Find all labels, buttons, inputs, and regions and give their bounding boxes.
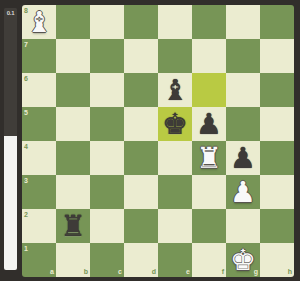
square-h7[interactable] — [260, 39, 294, 73]
square-e7[interactable] — [158, 39, 192, 73]
piece-white-pawn[interactable]: ♟ — [226, 175, 260, 209]
square-g6[interactable] — [226, 73, 260, 107]
piece-black-pawn[interactable]: ♟ — [192, 107, 226, 141]
file-label-c: c — [118, 268, 122, 275]
rank-label-4: 4 — [24, 143, 28, 150]
rank-label-6: 6 — [24, 75, 28, 82]
square-c8[interactable] — [90, 5, 124, 39]
eval-bar: 0.1 — [4, 8, 17, 270]
file-label-h: h — [288, 268, 292, 275]
square-f3[interactable] — [192, 175, 226, 209]
square-h1[interactable]: h — [260, 243, 294, 277]
square-b7[interactable] — [56, 39, 90, 73]
square-g4[interactable]: ♟ — [226, 141, 260, 175]
square-b3[interactable] — [56, 175, 90, 209]
square-c1[interactable]: c — [90, 243, 124, 277]
chess-board[interactable]: 8♝76♝5♚♟4♜♟3♟2♜1abcdefg♚h — [22, 5, 294, 277]
eval-bar-black-section — [4, 8, 17, 136]
square-h6[interactable] — [260, 73, 294, 107]
square-e8[interactable] — [158, 5, 192, 39]
rank-label-2: 2 — [24, 211, 28, 218]
square-a6[interactable]: 6 — [22, 73, 56, 107]
square-c4[interactable] — [90, 141, 124, 175]
eval-score: 0.1 — [4, 10, 17, 16]
file-label-d: d — [152, 268, 156, 275]
square-g5[interactable] — [226, 107, 260, 141]
square-f8[interactable] — [192, 5, 226, 39]
square-c6[interactable] — [90, 73, 124, 107]
file-label-e: e — [186, 268, 190, 275]
square-b5[interactable] — [56, 107, 90, 141]
square-d7[interactable] — [124, 39, 158, 73]
square-g1[interactable]: g♚ — [226, 243, 260, 277]
square-e6[interactable]: ♝ — [158, 73, 192, 107]
eval-bar-white-section — [4, 136, 17, 270]
piece-black-bishop[interactable]: ♝ — [158, 73, 192, 107]
square-e4[interactable] — [158, 141, 192, 175]
square-g7[interactable] — [226, 39, 260, 73]
square-b6[interactable] — [56, 73, 90, 107]
file-label-b: b — [84, 268, 88, 275]
square-d5[interactable] — [124, 107, 158, 141]
square-d1[interactable]: d — [124, 243, 158, 277]
square-e2[interactable] — [158, 209, 192, 243]
square-b1[interactable]: b — [56, 243, 90, 277]
square-b8[interactable] — [56, 5, 90, 39]
rank-label-1: 1 — [24, 245, 28, 252]
analysis-stage: 0.1 8♝76♝5♚♟4♜♟3♟2♜1abcdefg♚h — [0, 0, 300, 281]
rank-label-7: 7 — [24, 41, 28, 48]
square-c5[interactable] — [90, 107, 124, 141]
square-d2[interactable] — [124, 209, 158, 243]
square-a4[interactable]: 4 — [22, 141, 56, 175]
square-f5[interactable]: ♟ — [192, 107, 226, 141]
square-h2[interactable] — [260, 209, 294, 243]
square-b2[interactable]: ♜ — [56, 209, 90, 243]
piece-black-rook[interactable]: ♜ — [56, 209, 90, 243]
piece-black-pawn[interactable]: ♟ — [226, 141, 260, 175]
square-c7[interactable] — [90, 39, 124, 73]
file-label-f: f — [222, 268, 224, 275]
square-h8[interactable] — [260, 5, 294, 39]
square-d6[interactable] — [124, 73, 158, 107]
square-a1[interactable]: 1a — [22, 243, 56, 277]
square-e5[interactable]: ♚ — [158, 107, 192, 141]
square-b4[interactable] — [56, 141, 90, 175]
square-a5[interactable]: 5 — [22, 107, 56, 141]
square-d8[interactable] — [124, 5, 158, 39]
square-a2[interactable]: 2 — [22, 209, 56, 243]
rank-label-5: 5 — [24, 109, 28, 116]
square-f4[interactable]: ♜ — [192, 141, 226, 175]
square-d4[interactable] — [124, 141, 158, 175]
file-label-a: a — [50, 268, 54, 275]
square-d3[interactable] — [124, 175, 158, 209]
square-c3[interactable] — [90, 175, 124, 209]
square-f1[interactable]: f — [192, 243, 226, 277]
piece-white-bishop[interactable]: ♝ — [22, 5, 56, 39]
piece-black-king[interactable]: ♚ — [158, 107, 192, 141]
square-g3[interactable]: ♟ — [226, 175, 260, 209]
square-a8[interactable]: 8♝ — [22, 5, 56, 39]
square-h4[interactable] — [260, 141, 294, 175]
piece-white-rook[interactable]: ♜ — [192, 141, 226, 175]
square-e3[interactable] — [158, 175, 192, 209]
square-h5[interactable] — [260, 107, 294, 141]
square-f7[interactable] — [192, 39, 226, 73]
piece-white-king[interactable]: ♚ — [226, 243, 260, 277]
square-g8[interactable] — [226, 5, 260, 39]
square-a3[interactable]: 3 — [22, 175, 56, 209]
square-f2[interactable] — [192, 209, 226, 243]
rank-label-3: 3 — [24, 177, 28, 184]
square-e1[interactable]: e — [158, 243, 192, 277]
square-c2[interactable] — [90, 209, 124, 243]
square-h3[interactable] — [260, 175, 294, 209]
square-g2[interactable] — [226, 209, 260, 243]
square-a7[interactable]: 7 — [22, 39, 56, 73]
square-f6[interactable] — [192, 73, 226, 107]
